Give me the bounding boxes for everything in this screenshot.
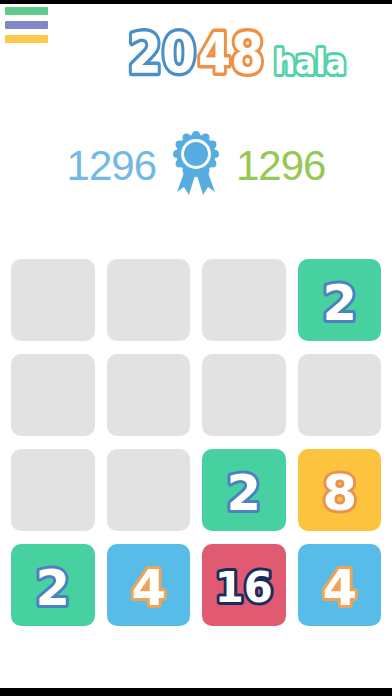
tile-number: 16 <box>202 544 286 626</box>
title-48: 48 <box>198 20 264 82</box>
svg-text:4: 4 <box>131 559 166 617</box>
scoreboard: 1296 1296 <box>0 126 392 206</box>
top-letterbox-bar <box>0 0 392 4</box>
empty-cell-r1c1 <box>11 259 95 341</box>
board[interactable]: 22824164 <box>0 259 392 626</box>
tile-4-r4c4: 4 <box>298 544 382 626</box>
svg-text:4: 4 <box>322 559 357 617</box>
tile-number: 4 <box>107 544 191 626</box>
menu-bar-green <box>5 7 48 15</box>
bottom-letterbox-bar <box>0 688 392 696</box>
score-value: 1296 <box>67 142 156 190</box>
tile-number: 2 <box>11 544 95 626</box>
empty-cell-r2c4 <box>298 354 382 436</box>
tile-8-r3c4: 8 <box>298 449 382 531</box>
empty-cell-r3c1 <box>11 449 95 531</box>
menu-bar-yellow <box>5 35 48 43</box>
empty-cell-r2c2 <box>107 354 191 436</box>
menu-bar-purple <box>5 21 48 29</box>
tile-2-r4c1: 2 <box>11 544 95 626</box>
empty-cell-r1c3 <box>202 259 286 341</box>
tile-number: 4 <box>298 544 382 626</box>
tile-16-r4c3: 16 <box>202 544 286 626</box>
tile-4-r4c2: 4 <box>107 544 191 626</box>
svg-text:2: 2 <box>35 559 70 617</box>
svg-text:8: 8 <box>322 464 357 522</box>
svg-text:16: 16 <box>215 563 273 612</box>
svg-text:2: 2 <box>322 274 357 332</box>
empty-cell-r3c2 <box>107 449 191 531</box>
empty-cell-r2c3 <box>202 354 286 436</box>
svg-text:2: 2 <box>226 464 261 522</box>
menu-button[interactable] <box>5 7 48 43</box>
empty-cell-r2c1 <box>11 354 95 436</box>
award-medal-icon <box>172 129 220 203</box>
tile-number: 2 <box>298 259 382 341</box>
best-score-value: 1296 <box>236 142 325 190</box>
title-hala: hala <box>274 43 346 82</box>
title-20: 20 <box>128 20 196 82</box>
tile-number: 2 <box>202 449 286 531</box>
empty-cell-r1c2 <box>107 259 191 341</box>
tile-number: 8 <box>298 449 382 531</box>
app-title: 20 48 hala <box>122 20 357 82</box>
tile-2-r1c4: 2 <box>298 259 382 341</box>
tile-2-r3c3: 2 <box>202 449 286 531</box>
